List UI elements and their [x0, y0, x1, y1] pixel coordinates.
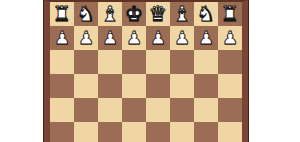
chess-board-frame: ♜♞♝♚♛♝♞♜♟♟♟♟♟♟♟♟ [44, 0, 248, 142]
square-a5[interactable] [218, 98, 242, 122]
square-h2[interactable]: ♟ [50, 26, 74, 50]
square-h1[interactable]: ♜ [50, 2, 74, 26]
square-h6[interactable] [50, 122, 74, 142]
square-c1[interactable]: ♝ [170, 2, 194, 26]
square-h3[interactable] [50, 50, 74, 74]
piece-white-pawn: ♟ [50, 26, 74, 50]
square-b4[interactable] [194, 74, 218, 98]
square-a2[interactable]: ♟ [218, 26, 242, 50]
square-b1[interactable]: ♞ [194, 2, 218, 26]
piece-white-pawn: ♟ [122, 26, 146, 50]
square-d1[interactable]: ♛ [146, 2, 170, 26]
piece-white-pawn: ♟ [146, 26, 170, 50]
piece-white-pawn: ♟ [74, 26, 98, 50]
square-g5[interactable] [74, 98, 98, 122]
square-a1[interactable]: ♜ [218, 2, 242, 26]
square-d5[interactable] [146, 98, 170, 122]
square-a6[interactable] [218, 122, 242, 142]
square-f2[interactable]: ♟ [98, 26, 122, 50]
square-e5[interactable] [122, 98, 146, 122]
square-d6[interactable] [146, 122, 170, 142]
square-c2[interactable]: ♟ [170, 26, 194, 50]
piece-white-king: ♚ [122, 2, 146, 26]
square-f5[interactable] [98, 98, 122, 122]
square-h4[interactable] [50, 74, 74, 98]
square-d3[interactable] [146, 50, 170, 74]
square-e3[interactable] [122, 50, 146, 74]
square-e1[interactable]: ♚ [122, 2, 146, 26]
square-e4[interactable] [122, 74, 146, 98]
piece-white-knight: ♞ [74, 2, 98, 26]
square-a4[interactable] [218, 74, 242, 98]
square-c6[interactable] [170, 122, 194, 142]
square-d4[interactable] [146, 74, 170, 98]
square-c5[interactable] [170, 98, 194, 122]
square-f4[interactable] [98, 74, 122, 98]
square-b5[interactable] [194, 98, 218, 122]
square-g4[interactable] [74, 74, 98, 98]
square-h5[interactable] [50, 98, 74, 122]
square-d2[interactable]: ♟ [146, 26, 170, 50]
piece-white-pawn: ♟ [218, 26, 242, 50]
piece-white-pawn: ♟ [170, 26, 194, 50]
square-c3[interactable] [170, 50, 194, 74]
square-c4[interactable] [170, 74, 194, 98]
square-e2[interactable]: ♟ [122, 26, 146, 50]
piece-white-rook: ♜ [50, 2, 74, 26]
square-f3[interactable] [98, 50, 122, 74]
square-f6[interactable] [98, 122, 122, 142]
square-g6[interactable] [74, 122, 98, 142]
piece-white-queen: ♛ [146, 2, 170, 26]
piece-white-bishop: ♝ [98, 2, 122, 26]
square-g3[interactable] [74, 50, 98, 74]
piece-white-pawn: ♟ [194, 26, 218, 50]
piece-white-rook: ♜ [218, 2, 242, 26]
square-g2[interactable]: ♟ [74, 26, 98, 50]
chess-board: ♜♞♝♚♛♝♞♜♟♟♟♟♟♟♟♟ [50, 2, 242, 142]
square-b2[interactable]: ♟ [194, 26, 218, 50]
square-b3[interactable] [194, 50, 218, 74]
piece-white-knight: ♞ [194, 2, 218, 26]
square-b6[interactable] [194, 122, 218, 142]
page: ♜♞♝♚♛♝♞♜♟♟♟♟♟♟♟♟ [0, 0, 300, 142]
square-g1[interactable]: ♞ [74, 2, 98, 26]
square-f1[interactable]: ♝ [98, 2, 122, 26]
piece-white-pawn: ♟ [98, 26, 122, 50]
square-e6[interactable] [122, 122, 146, 142]
square-a3[interactable] [218, 50, 242, 74]
piece-white-bishop: ♝ [170, 2, 194, 26]
